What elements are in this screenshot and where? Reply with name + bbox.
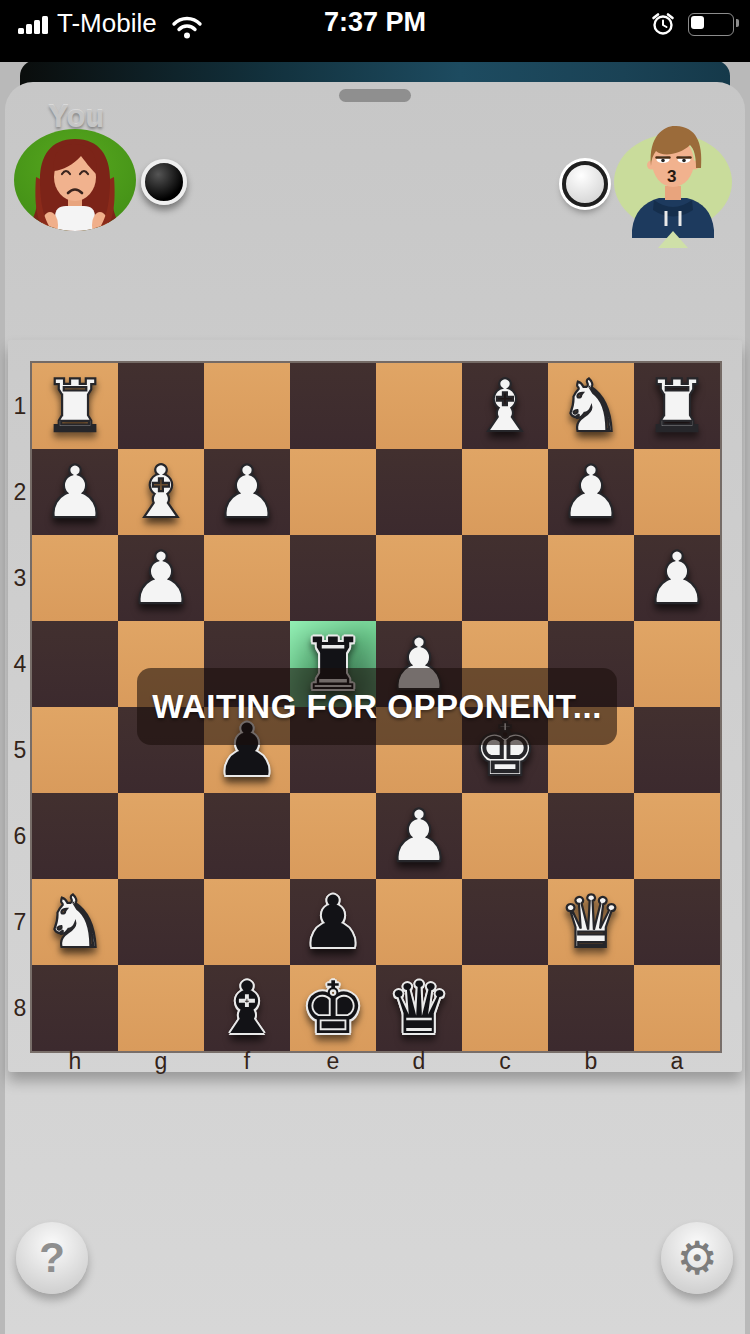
rank-label-7: 7 bbox=[8, 879, 32, 965]
square-f7[interactable] bbox=[204, 879, 290, 965]
rank-label-3: 3 bbox=[8, 535, 32, 621]
square-d8[interactable]: ♛ bbox=[376, 965, 462, 1051]
white-pawn[interactable]: ♟ bbox=[548, 449, 634, 535]
square-g7[interactable] bbox=[118, 879, 204, 965]
square-h8[interactable] bbox=[32, 965, 118, 1051]
white-pawn[interactable]: ♟ bbox=[32, 449, 118, 535]
black-pawn[interactable]: ♟ bbox=[290, 879, 376, 965]
square-d7[interactable] bbox=[376, 879, 462, 965]
square-a8[interactable] bbox=[634, 965, 720, 1051]
square-a4[interactable] bbox=[634, 621, 720, 707]
square-c2[interactable] bbox=[462, 449, 548, 535]
square-g1[interactable] bbox=[118, 363, 204, 449]
square-d3[interactable] bbox=[376, 535, 462, 621]
file-label-b: b bbox=[548, 1051, 634, 1072]
square-e8[interactable]: ♚ bbox=[290, 965, 376, 1051]
white-queen[interactable]: ♛ bbox=[548, 879, 634, 965]
square-a3[interactable]: ♟ bbox=[634, 535, 720, 621]
black-king[interactable]: ♚ bbox=[290, 965, 376, 1051]
square-e6[interactable] bbox=[290, 793, 376, 879]
square-h3[interactable] bbox=[32, 535, 118, 621]
file-label-d: d bbox=[376, 1051, 462, 1072]
file-label-c: c bbox=[462, 1051, 548, 1072]
white-knight[interactable]: ♞ bbox=[548, 363, 634, 449]
player-avatar[interactable] bbox=[12, 127, 138, 233]
square-f1[interactable] bbox=[204, 363, 290, 449]
drag-handle[interactable] bbox=[339, 89, 411, 102]
rank-label-6: 6 bbox=[8, 793, 32, 879]
square-f6[interactable] bbox=[204, 793, 290, 879]
rank-label-2: 2 bbox=[8, 449, 32, 535]
square-g8[interactable] bbox=[118, 965, 204, 1051]
square-g6[interactable] bbox=[118, 793, 204, 879]
square-e7[interactable]: ♟ bbox=[290, 879, 376, 965]
square-b1[interactable]: ♞ bbox=[548, 363, 634, 449]
rank-labels: 12345678 bbox=[8, 363, 32, 1051]
help-button[interactable]: ? bbox=[16, 1222, 88, 1294]
square-h2[interactable]: ♟ bbox=[32, 449, 118, 535]
white-pawn[interactable]: ♟ bbox=[634, 535, 720, 621]
rank-label-5: 5 bbox=[8, 707, 32, 793]
square-e2[interactable] bbox=[290, 449, 376, 535]
file-label-h: h bbox=[32, 1051, 118, 1072]
waiting-banner: WAITING FOR OPPONENT... bbox=[137, 668, 617, 745]
square-h6[interactable] bbox=[32, 793, 118, 879]
white-bishop[interactable]: ♝ bbox=[462, 363, 548, 449]
white-bishop[interactable]: ♝ bbox=[118, 449, 204, 535]
black-stone-icon bbox=[141, 159, 187, 205]
square-a2[interactable] bbox=[634, 449, 720, 535]
black-queen[interactable]: ♛ bbox=[376, 965, 462, 1051]
square-b2[interactable]: ♟ bbox=[548, 449, 634, 535]
rank-label-4: 4 bbox=[8, 621, 32, 707]
square-h7[interactable]: ♞ bbox=[32, 879, 118, 965]
white-knight[interactable]: ♞ bbox=[32, 879, 118, 965]
white-stone-icon bbox=[562, 161, 608, 207]
gear-icon: ⚙ bbox=[676, 1235, 717, 1281]
square-d1[interactable] bbox=[376, 363, 462, 449]
square-h5[interactable] bbox=[32, 707, 118, 793]
square-b6[interactable] bbox=[548, 793, 634, 879]
white-pawn[interactable]: ♟ bbox=[204, 449, 290, 535]
status-bar: T-Mobile 7:37 PM bbox=[0, 0, 750, 62]
white-pawn[interactable]: ♟ bbox=[376, 793, 462, 879]
battery-icon bbox=[688, 13, 734, 36]
square-b3[interactable] bbox=[548, 535, 634, 621]
file-label-e: e bbox=[290, 1051, 376, 1072]
question-mark-icon: ? bbox=[39, 1234, 65, 1282]
white-rook[interactable]: ♜ bbox=[32, 363, 118, 449]
file-label-g: g bbox=[118, 1051, 204, 1072]
square-e3[interactable] bbox=[290, 535, 376, 621]
square-g3[interactable]: ♟ bbox=[118, 535, 204, 621]
square-f8[interactable]: ♝ bbox=[204, 965, 290, 1051]
square-a7[interactable] bbox=[634, 879, 720, 965]
square-a5[interactable] bbox=[634, 707, 720, 793]
turn-indicator-triangle bbox=[658, 231, 688, 248]
file-labels: hgfedcba bbox=[32, 1051, 720, 1072]
square-b7[interactable]: ♛ bbox=[548, 879, 634, 965]
square-e1[interactable] bbox=[290, 363, 376, 449]
square-c1[interactable]: ♝ bbox=[462, 363, 548, 449]
clock-time: 7:37 PM bbox=[0, 7, 750, 38]
rank-label-8: 8 bbox=[8, 965, 32, 1051]
square-a1[interactable]: ♜ bbox=[634, 363, 720, 449]
square-h1[interactable]: ♜ bbox=[32, 363, 118, 449]
square-c6[interactable] bbox=[462, 793, 548, 879]
square-a6[interactable] bbox=[634, 793, 720, 879]
square-f3[interactable] bbox=[204, 535, 290, 621]
square-d2[interactable] bbox=[376, 449, 462, 535]
white-pawn[interactable]: ♟ bbox=[118, 535, 204, 621]
black-bishop[interactable]: ♝ bbox=[204, 965, 290, 1051]
square-c3[interactable] bbox=[462, 535, 548, 621]
opponent-avatar[interactable]: 3 bbox=[606, 116, 740, 238]
white-rook[interactable]: ♜ bbox=[634, 363, 720, 449]
square-h4[interactable] bbox=[32, 621, 118, 707]
opponent-face-text: 3 bbox=[667, 167, 676, 186]
waiting-banner-text: WAITING FOR OPPONENT... bbox=[152, 688, 602, 726]
rank-label-1: 1 bbox=[8, 363, 32, 449]
square-b8[interactable] bbox=[548, 965, 634, 1051]
square-g2[interactable]: ♝ bbox=[118, 449, 204, 535]
square-c7[interactable] bbox=[462, 879, 548, 965]
settings-button[interactable]: ⚙ bbox=[661, 1222, 733, 1294]
square-d6[interactable]: ♟ bbox=[376, 793, 462, 879]
alarm-clock-icon bbox=[650, 11, 676, 37]
square-c8[interactable] bbox=[462, 965, 548, 1051]
file-label-a: a bbox=[634, 1051, 720, 1072]
square-f2[interactable]: ♟ bbox=[204, 449, 290, 535]
file-label-f: f bbox=[204, 1051, 290, 1072]
